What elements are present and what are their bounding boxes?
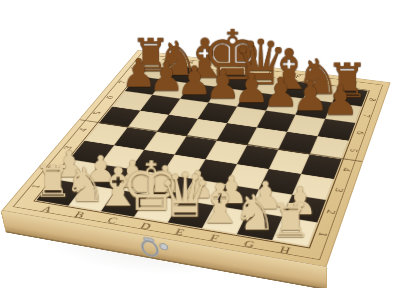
square-h7[interactable]: ♟ xyxy=(325,103,362,124)
metal-clasp-icon xyxy=(135,235,174,262)
chess-board-box: ♜♞♝♚♛♝♞♜♟♟♟♟♟♟♟♟♟♟♟♟♟♟♟♟♜♞♝♚♛♝♞♜ ABCDEFG… xyxy=(1,50,390,267)
coordinate-label: 5 xyxy=(77,105,114,120)
piece-black-pawn[interactable]: ♟ xyxy=(322,81,359,120)
chess-board-grid: ♜♞♝♚♛♝♞♜♟♟♟♟♟♟♟♟♟♟♟♟♟♟♟♟♜♞♝♚♛♝♞♜ xyxy=(36,62,367,246)
product-photo-scene: ♜♞♝♚♛♝♞♜♟♟♟♟♟♟♟♟♟♟♟♟♟♟♟♟♜♞♝♚♛♝♞♜ ABCDEFG… xyxy=(0,0,400,288)
square-h1[interactable]: ♜ xyxy=(272,217,317,247)
perspective-wrapper: ♜♞♝♚♛♝♞♜♟♟♟♟♟♟♟♟♟♟♟♟♟♟♟♟♜♞♝♚♛♝♞♜ ABCDEFG… xyxy=(0,0,400,288)
piece-white-rook[interactable]: ♜ xyxy=(270,198,312,242)
square-h6[interactable] xyxy=(318,119,356,141)
square-g6[interactable] xyxy=(287,115,325,136)
